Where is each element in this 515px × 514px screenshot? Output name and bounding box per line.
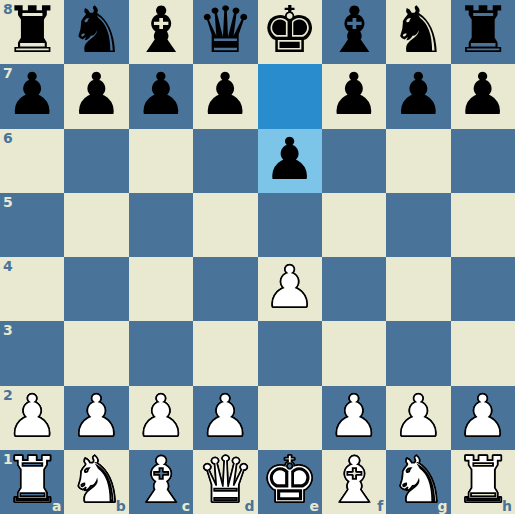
black-pawn-icon[interactable]: ♟ bbox=[264, 127, 316, 191]
black-queen-icon[interactable]: ♛ bbox=[197, 0, 254, 62]
square-f5[interactable] bbox=[322, 193, 386, 257]
square-c1[interactable]: c♝ bbox=[129, 450, 193, 514]
black-bishop-icon[interactable]: ♝ bbox=[132, 0, 189, 62]
square-e4[interactable]: ♟ bbox=[258, 257, 322, 321]
black-pawn-icon[interactable]: ♟ bbox=[199, 62, 251, 126]
square-b2[interactable]: ♟ bbox=[64, 386, 128, 450]
square-a1[interactable]: 1a♜ bbox=[0, 450, 64, 514]
square-d4[interactable] bbox=[193, 257, 257, 321]
white-pawn-icon[interactable]: ♟ bbox=[135, 384, 187, 448]
black-pawn-icon[interactable]: ♟ bbox=[6, 62, 58, 126]
white-king-icon[interactable]: ♚ bbox=[261, 448, 318, 512]
rank-label-6: 6 bbox=[3, 131, 13, 145]
square-g2[interactable]: ♟ bbox=[386, 386, 450, 450]
square-a6[interactable]: 6 bbox=[0, 129, 64, 193]
square-e5[interactable] bbox=[258, 193, 322, 257]
square-c2[interactable]: ♟ bbox=[129, 386, 193, 450]
square-f3[interactable] bbox=[322, 321, 386, 385]
square-g7[interactable]: ♟ bbox=[386, 64, 450, 128]
square-d2[interactable]: ♟ bbox=[193, 386, 257, 450]
rank-label-4: 4 bbox=[3, 259, 13, 273]
white-queen-icon[interactable]: ♛ bbox=[197, 448, 254, 512]
square-d6[interactable] bbox=[193, 129, 257, 193]
white-bishop-icon[interactable]: ♝ bbox=[325, 448, 382, 512]
black-rook-icon[interactable]: ♜ bbox=[4, 0, 61, 62]
square-h6[interactable] bbox=[451, 129, 515, 193]
square-g1[interactable]: g♞ bbox=[386, 450, 450, 514]
square-b3[interactable] bbox=[64, 321, 128, 385]
square-a8[interactable]: 8♜ bbox=[0, 0, 64, 64]
square-h7[interactable]: ♟ bbox=[451, 64, 515, 128]
square-f2[interactable]: ♟ bbox=[322, 386, 386, 450]
white-rook-icon[interactable]: ♜ bbox=[454, 448, 511, 512]
square-c8[interactable]: ♝ bbox=[129, 0, 193, 64]
square-a4[interactable]: 4 bbox=[0, 257, 64, 321]
square-b8[interactable]: ♞ bbox=[64, 0, 128, 64]
square-b1[interactable]: b♞ bbox=[64, 450, 128, 514]
square-d5[interactable] bbox=[193, 193, 257, 257]
square-e7[interactable] bbox=[258, 64, 322, 128]
black-pawn-icon[interactable]: ♟ bbox=[135, 62, 187, 126]
square-g5[interactable] bbox=[386, 193, 450, 257]
white-pawn-icon[interactable]: ♟ bbox=[199, 384, 251, 448]
square-h8[interactable]: ♜ bbox=[451, 0, 515, 64]
square-a7[interactable]: 7♟ bbox=[0, 64, 64, 128]
black-bishop-icon[interactable]: ♝ bbox=[325, 0, 382, 62]
rank-label-5: 5 bbox=[3, 195, 13, 209]
square-a3[interactable]: 3 bbox=[0, 321, 64, 385]
square-c3[interactable] bbox=[129, 321, 193, 385]
square-b7[interactable]: ♟ bbox=[64, 64, 128, 128]
square-a5[interactable]: 5 bbox=[0, 193, 64, 257]
square-c5[interactable] bbox=[129, 193, 193, 257]
white-bishop-icon[interactable]: ♝ bbox=[132, 448, 189, 512]
square-g4[interactable] bbox=[386, 257, 450, 321]
square-g3[interactable] bbox=[386, 321, 450, 385]
white-pawn-icon[interactable]: ♟ bbox=[71, 384, 123, 448]
square-f1[interactable]: f♝ bbox=[322, 450, 386, 514]
white-pawn-icon[interactable]: ♟ bbox=[392, 384, 444, 448]
square-b6[interactable] bbox=[64, 129, 128, 193]
chess-board-container: 8♜♞♝♛♚♝♞♜7♟♟♟♟♟♟♟6♟54♟32♟♟♟♟♟♟♟1a♜b♞c♝d♛… bbox=[0, 0, 515, 514]
square-f6[interactable] bbox=[322, 129, 386, 193]
square-b4[interactable] bbox=[64, 257, 128, 321]
square-h5[interactable] bbox=[451, 193, 515, 257]
square-e3[interactable] bbox=[258, 321, 322, 385]
square-f4[interactable] bbox=[322, 257, 386, 321]
white-pawn-icon[interactable]: ♟ bbox=[6, 384, 58, 448]
square-d7[interactable]: ♟ bbox=[193, 64, 257, 128]
black-king-icon[interactable]: ♚ bbox=[261, 0, 318, 62]
square-e1[interactable]: e♚ bbox=[258, 450, 322, 514]
square-e6[interactable]: ♟ bbox=[258, 129, 322, 193]
white-knight-icon[interactable]: ♞ bbox=[68, 448, 125, 512]
square-h2[interactable]: ♟ bbox=[451, 386, 515, 450]
square-g6[interactable] bbox=[386, 129, 450, 193]
black-pawn-icon[interactable]: ♟ bbox=[71, 62, 123, 126]
square-d3[interactable] bbox=[193, 321, 257, 385]
square-h1[interactable]: h♜ bbox=[451, 450, 515, 514]
black-pawn-icon[interactable]: ♟ bbox=[457, 62, 509, 126]
square-e8[interactable]: ♚ bbox=[258, 0, 322, 64]
square-c7[interactable]: ♟ bbox=[129, 64, 193, 128]
square-e2[interactable] bbox=[258, 386, 322, 450]
chess-board: 8♜♞♝♛♚♝♞♜7♟♟♟♟♟♟♟6♟54♟32♟♟♟♟♟♟♟1a♜b♞c♝d♛… bbox=[0, 0, 515, 514]
square-c6[interactable] bbox=[129, 129, 193, 193]
white-pawn-icon[interactable]: ♟ bbox=[264, 255, 316, 319]
white-pawn-icon[interactable]: ♟ bbox=[457, 384, 509, 448]
white-rook-icon[interactable]: ♜ bbox=[4, 448, 61, 512]
square-h4[interactable] bbox=[451, 257, 515, 321]
black-rook-icon[interactable]: ♜ bbox=[454, 0, 511, 62]
white-knight-icon[interactable]: ♞ bbox=[390, 448, 447, 512]
square-c4[interactable] bbox=[129, 257, 193, 321]
square-h3[interactable] bbox=[451, 321, 515, 385]
square-a2[interactable]: 2♟ bbox=[0, 386, 64, 450]
white-pawn-icon[interactable]: ♟ bbox=[328, 384, 380, 448]
black-pawn-icon[interactable]: ♟ bbox=[328, 62, 380, 126]
black-knight-icon[interactable]: ♞ bbox=[390, 0, 447, 62]
square-g8[interactable]: ♞ bbox=[386, 0, 450, 64]
square-d8[interactable]: ♛ bbox=[193, 0, 257, 64]
square-b5[interactable] bbox=[64, 193, 128, 257]
square-f8[interactable]: ♝ bbox=[322, 0, 386, 64]
black-pawn-icon[interactable]: ♟ bbox=[392, 62, 444, 126]
square-d1[interactable]: d♛ bbox=[193, 450, 257, 514]
black-knight-icon[interactable]: ♞ bbox=[68, 0, 125, 62]
square-f7[interactable]: ♟ bbox=[322, 64, 386, 128]
rank-label-3: 3 bbox=[3, 323, 13, 337]
